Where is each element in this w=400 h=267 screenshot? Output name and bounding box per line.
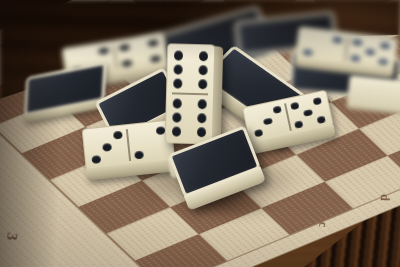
pip-cell [315,114,328,126]
pip [172,112,181,122]
pip-cell [184,63,197,77]
pip [173,64,182,74]
pip-cell [114,151,127,163]
pip-cell [171,96,184,110]
pip-cell [132,149,145,161]
pip [352,39,363,46]
pip [113,131,123,140]
pip [134,150,144,159]
pip [102,143,112,152]
pip [365,48,376,55]
pip [199,65,208,75]
pip-cell [314,49,329,59]
board-file-label-d: d [377,194,392,201]
pip-cell [148,54,164,64]
pip [332,36,343,43]
pip-cell [182,125,195,139]
pip-cell [196,111,209,125]
photo-dominoes-on-chessboard: 3 c d [0,0,400,267]
pip-cell [197,49,210,63]
domino-face-3-2 [82,119,177,180]
pip [198,99,207,109]
pip-cell [184,49,197,63]
pip-cell [170,124,183,138]
pip-cell [195,125,208,139]
pip-cell [170,110,183,124]
domino-side-slab [346,75,400,115]
pip-cell [275,122,288,134]
domino-face [165,43,216,144]
pip-cell [171,76,184,90]
pip-cell [376,57,391,67]
pip [198,79,207,89]
pip-cell [362,55,377,65]
pip-cell [172,48,185,62]
pip [197,127,206,137]
pip-cell [197,63,210,77]
pip-cell [348,53,363,63]
pip [302,49,313,56]
pip [254,129,264,137]
pip-cell [328,51,343,61]
pip-cell [144,147,157,159]
pip [317,115,327,123]
pip [350,55,361,62]
pip [172,98,181,108]
pip [121,60,132,67]
domino-ivory-side [346,75,400,115]
pip [197,113,206,123]
pip-cell [196,97,209,111]
pip-cell [171,62,184,76]
pip-cell [183,111,196,125]
pip [174,50,183,60]
pip-cell [300,48,315,58]
pip [91,155,101,164]
pip-cell [196,77,209,91]
pip [380,42,391,49]
pip-cell [183,97,196,111]
domino-standing-6-6 [165,43,226,144]
pip [199,51,208,61]
pip-cell [184,77,197,91]
pip-cell [133,56,149,66]
pip [173,78,182,88]
pip [378,58,389,65]
pip-cell [119,58,135,68]
pip [294,120,304,128]
pip [172,126,181,136]
pip [150,55,161,62]
pip-cell [89,153,102,165]
pip-cell [102,152,115,164]
